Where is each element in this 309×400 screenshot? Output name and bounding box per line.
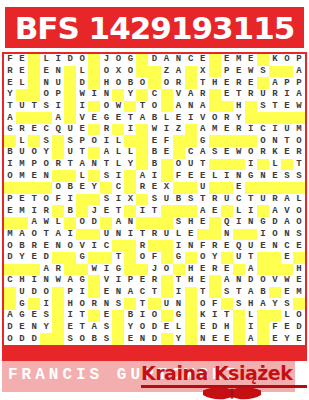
letter-cell: S [40, 310, 52, 322]
letter-cell: E [197, 54, 209, 66]
letter-cell: F [269, 322, 281, 334]
letter-cell: G [197, 135, 209, 147]
letter-cell: R [245, 89, 257, 101]
letter-cell: O [136, 322, 148, 334]
letter-cell: G [245, 170, 257, 182]
blocked-cell [269, 264, 281, 276]
letter-cell: Y [233, 112, 245, 124]
blocked-cell [124, 135, 136, 147]
letter-cell: W [76, 89, 88, 101]
letter-cell: C [233, 194, 245, 206]
letter-cell: V [76, 112, 88, 124]
letter-cell: P [124, 275, 136, 287]
letter-cell: U [161, 229, 173, 241]
blocked-cell [88, 147, 100, 159]
letter-cell: T [197, 287, 209, 299]
blocked-cell [88, 194, 100, 206]
blocked-cell [88, 124, 100, 136]
blocked-cell [124, 298, 136, 310]
letter-cell: E [209, 333, 221, 345]
letter-cell: Z [161, 66, 173, 78]
blocked-cell [136, 194, 148, 206]
letter-cell: S [148, 194, 160, 206]
letter-cell: F [161, 135, 173, 147]
blocked-cell [124, 170, 136, 182]
blocked-cell [28, 66, 40, 78]
letter-cell: O [293, 135, 305, 147]
letter-cell: M [233, 54, 245, 66]
letter-cell: R [4, 66, 16, 78]
letter-cell: E [161, 322, 173, 334]
letter-cell: F [173, 170, 185, 182]
letter-cell: T [148, 205, 160, 217]
letter-cell: A [269, 205, 281, 217]
letter-cell: S [40, 135, 52, 147]
letter-cell: T [136, 101, 148, 113]
blocked-cell [185, 287, 197, 299]
letter-cell: N [52, 66, 64, 78]
letter-cell: P [281, 77, 293, 89]
blocked-cell [112, 240, 124, 252]
letter-cell: S [233, 298, 245, 310]
letter-cell: S [293, 170, 305, 182]
letter-cell: T [245, 194, 257, 206]
letter-cell: I [52, 54, 64, 66]
blocked-cell [185, 252, 197, 264]
letter-cell: R [269, 89, 281, 101]
letter-cell: E [281, 252, 293, 264]
letter-cell: S [100, 322, 112, 334]
blocked-cell [269, 310, 281, 322]
blocked-cell [185, 124, 197, 136]
blocked-cell [4, 287, 16, 299]
letter-cell: W [40, 217, 52, 229]
blocked-cell [185, 310, 197, 322]
letter-cell: Y [40, 147, 52, 159]
letter-cell: R [52, 159, 64, 171]
letter-cell: O [136, 77, 148, 89]
letter-cell: E [100, 205, 112, 217]
letter-cell: C [281, 240, 293, 252]
letter-cell: H [100, 77, 112, 89]
letter-cell: N [100, 298, 112, 310]
letter-cell: O [293, 310, 305, 322]
letter-cell: A [185, 89, 197, 101]
letter-cell: T [136, 229, 148, 241]
letter-cell: S [64, 333, 76, 345]
blocked-cell [161, 205, 173, 217]
letter-cell: E [112, 112, 124, 124]
letter-cell: L [293, 194, 305, 206]
letter-cell: V [100, 275, 112, 287]
letter-cell: P [293, 77, 305, 89]
letter-cell: C [40, 124, 52, 136]
letter-cell: T [124, 112, 136, 124]
letter-cell: S [185, 194, 197, 206]
blocked-cell [136, 159, 148, 171]
blocked-cell [245, 182, 257, 194]
letter-cell: D [245, 275, 257, 287]
letter-cell: A [197, 124, 209, 136]
letter-cell: F [197, 240, 209, 252]
letter-cell: D [28, 333, 40, 345]
blocked-cell [173, 205, 185, 217]
letter-cell: V [269, 275, 281, 287]
letter-cell: E [221, 89, 233, 101]
blocked-cell [16, 217, 28, 229]
letter-cell: O [4, 333, 16, 345]
letter-cell: T [112, 205, 124, 217]
letter-cell: E [197, 217, 209, 229]
blocked-cell [245, 101, 257, 113]
letter-cell: I [100, 264, 112, 276]
letter-cell: A [124, 287, 136, 299]
letter-cell: D [209, 322, 221, 334]
letter-cell: E [293, 240, 305, 252]
letter-cell: T [28, 101, 40, 113]
blocked-cell [233, 333, 245, 345]
blocked-cell [28, 264, 40, 276]
blocked-cell [257, 264, 269, 276]
blocked-cell [209, 287, 221, 299]
blocked-cell [173, 264, 185, 276]
letter-cell: R [209, 240, 221, 252]
letter-cell: O [257, 275, 269, 287]
blocked-cell [293, 252, 305, 264]
blocked-cell [88, 275, 100, 287]
letter-cell: E [233, 182, 245, 194]
letter-cell: D [88, 217, 100, 229]
letter-cell: E [148, 182, 160, 194]
blocked-cell [209, 66, 221, 78]
blocked-cell [257, 159, 269, 171]
letter-cell: L [76, 66, 88, 78]
letter-cell: G [76, 275, 88, 287]
letter-cell: G [112, 264, 124, 276]
letter-cell: T [197, 194, 209, 206]
letter-cell: J [100, 54, 112, 66]
letter-cell: D [293, 322, 305, 334]
letter-cell: T [76, 147, 88, 159]
letter-cell: Y [281, 333, 293, 345]
letter-cell: K [269, 54, 281, 66]
letter-cell: I [88, 240, 100, 252]
letter-cell: E [76, 124, 88, 136]
letter-cell: U [64, 124, 76, 136]
letter-cell: I [28, 205, 40, 217]
letter-cell: A [16, 229, 28, 241]
blocked-cell [281, 112, 293, 124]
letter-cell: U [16, 147, 28, 159]
blocked-cell [136, 264, 148, 276]
letter-cell: O [4, 170, 16, 182]
blocked-cell [185, 135, 197, 147]
blocked-cell [4, 298, 16, 310]
letter-cell: O [40, 287, 52, 299]
letter-cell: O [52, 182, 64, 194]
blocked-cell [233, 310, 245, 322]
blocked-cell [64, 112, 76, 124]
blocked-cell [281, 182, 293, 194]
letter-cell: T [197, 77, 209, 89]
letter-cell: O [173, 159, 185, 171]
letter-cell: G [100, 112, 112, 124]
blocked-cell [233, 264, 245, 276]
letter-cell: F [52, 194, 64, 206]
letter-cell: D [64, 54, 76, 66]
letter-cell: M [209, 124, 221, 136]
blocked-cell [136, 89, 148, 101]
letter-cell: R [209, 194, 221, 206]
blocked-cell [88, 101, 100, 113]
blocked-cell [64, 252, 76, 264]
letter-cell: B [64, 205, 76, 217]
blocked-cell [293, 298, 305, 310]
letter-cell: H [185, 217, 197, 229]
blocked-cell [52, 298, 64, 310]
letter-cell: O [40, 194, 52, 206]
letter-cell: E [124, 333, 136, 345]
letter-cell: R [148, 275, 160, 287]
letter-cell: L [269, 159, 281, 171]
letter-cell: A [52, 229, 64, 241]
blocked-cell [52, 252, 64, 264]
letter-cell: V [173, 89, 185, 101]
letter-cell: L [281, 310, 293, 322]
letter-cell: E [221, 124, 233, 136]
blocked-cell [88, 287, 100, 299]
letter-cell: X [124, 194, 136, 206]
letter-cell: R [269, 194, 281, 206]
letter-cell: N [269, 240, 281, 252]
letter-cell: K [197, 310, 209, 322]
letter-cell: E [40, 66, 52, 78]
letter-cell: S [40, 101, 52, 113]
letter-cell: B [124, 77, 136, 89]
letter-cell: U [185, 159, 197, 171]
blocked-cell [28, 112, 40, 124]
letter-cell: U [52, 77, 64, 89]
letter-cell: T [233, 89, 245, 101]
blocked-cell [64, 101, 76, 113]
letter-cell: E [173, 112, 185, 124]
letter-cell: I [64, 310, 76, 322]
letter-cell: H [293, 264, 305, 276]
letter-cell: O [124, 66, 136, 78]
letter-cell: S [281, 170, 293, 182]
letter-cell: G [173, 310, 185, 322]
blocked-cell [161, 217, 173, 229]
blocked-cell [221, 159, 233, 171]
blocked-cell [245, 112, 257, 124]
letter-cell: W [293, 101, 305, 113]
letter-cell: D [148, 322, 160, 334]
letter-cell: T [221, 310, 233, 322]
letter-cell: O [28, 229, 40, 241]
letter-cell: I [100, 135, 112, 147]
letter-cell: W [52, 275, 64, 287]
blocked-cell [124, 252, 136, 264]
letter-cell: S [293, 229, 305, 241]
blocked-cell [185, 77, 197, 89]
letter-cell: S [64, 135, 76, 147]
letter-cell: O [197, 252, 209, 264]
letter-cell: I [245, 205, 257, 217]
letter-cell: G [257, 217, 269, 229]
letter-cell: U [16, 287, 28, 299]
letter-cell: E [221, 264, 233, 276]
letter-cell: O [100, 101, 112, 113]
blocked-cell [64, 77, 76, 89]
bookstore-watermark: Kraina Książek [141, 362, 292, 384]
blocked-cell [185, 333, 197, 345]
letter-cell: B [88, 333, 100, 345]
letter-cell: I [124, 229, 136, 241]
letter-cell: N [233, 170, 245, 182]
letter-cell: N [269, 135, 281, 147]
blocked-cell [221, 298, 233, 310]
letter-cell: R [233, 77, 245, 89]
letter-cell: D [148, 333, 160, 345]
blocked-cell [148, 66, 160, 78]
letter-cell: A [173, 66, 185, 78]
letter-cell: A [293, 89, 305, 101]
letter-cell: A [245, 287, 257, 299]
letter-cell: L [16, 77, 28, 89]
blocked-cell [281, 66, 293, 78]
letter-cell: E [185, 229, 197, 241]
letter-cell: A [52, 112, 64, 124]
letter-cell: E [197, 322, 209, 334]
letter-cell: I [209, 310, 221, 322]
letter-cell: O [76, 217, 88, 229]
letter-cell: T [136, 298, 148, 310]
blocked-cell [16, 89, 28, 101]
blocked-cell [209, 101, 221, 113]
letter-cell: L [173, 229, 185, 241]
letter-cell: R [136, 182, 148, 194]
blocked-cell [88, 310, 100, 322]
blocked-cell [221, 252, 233, 264]
letter-cell: C [112, 182, 124, 194]
letter-cell: H [185, 275, 197, 287]
letter-cell: A [4, 310, 16, 322]
letter-cell: X [161, 182, 173, 194]
letter-cell: O [161, 77, 173, 89]
letter-cell: E [88, 112, 100, 124]
letter-cell: E [269, 333, 281, 345]
blocked-cell [124, 101, 136, 113]
blocked-cell [161, 170, 173, 182]
letter-cell: O [40, 159, 52, 171]
letter-cell: B [148, 112, 160, 124]
blocked-cell [136, 124, 148, 136]
letter-cell: G [16, 310, 28, 322]
blocked-cell [161, 252, 173, 264]
letter-cell: O [88, 135, 100, 147]
blocked-cell [148, 77, 160, 89]
letter-cell: O [209, 112, 221, 124]
letter-cell: I [257, 229, 269, 241]
letter-cell: P [28, 159, 40, 171]
letter-cell: A [221, 275, 233, 287]
letter-cell: E [293, 275, 305, 287]
letter-cell: M [4, 229, 16, 241]
blocked-cell [233, 159, 245, 171]
letter-cell: E [293, 333, 305, 345]
blocked-cell [64, 170, 76, 182]
letter-cell: A [136, 112, 148, 124]
letter-cell: T [64, 159, 76, 171]
letter-cell: O [4, 240, 16, 252]
letter-cell: G [124, 54, 136, 66]
letter-cell: Q [52, 124, 64, 136]
letter-cell: E [197, 264, 209, 276]
blocked-cell [4, 217, 16, 229]
blocked-cell [293, 182, 305, 194]
blocked-cell [28, 77, 40, 89]
letter-cell: L [124, 147, 136, 159]
letter-cell: C [185, 147, 197, 159]
letter-cell: X [197, 66, 209, 78]
letter-cell: Y [124, 159, 136, 171]
blocked-cell [28, 54, 40, 66]
blocked-cell [257, 252, 269, 264]
letter-cell: S [281, 298, 293, 310]
letter-cell: E [28, 252, 40, 264]
letter-cell: M [16, 159, 28, 171]
blocked-cell [185, 182, 197, 194]
letter-cell: G [16, 298, 28, 310]
blocked-cell [136, 147, 148, 159]
blocked-cell [269, 287, 281, 299]
blocked-cell [28, 298, 40, 310]
letter-cell: T [293, 159, 305, 171]
blocked-cell [161, 287, 173, 299]
letter-cell: L [245, 310, 257, 322]
letter-cell: Y [124, 89, 136, 101]
blocked-cell [16, 112, 28, 124]
letter-cell: L [173, 322, 185, 334]
blocked-cell [16, 182, 28, 194]
letter-cell: E [161, 147, 173, 159]
letter-cell: T [148, 287, 160, 299]
letter-cell: A [112, 217, 124, 229]
blocked-cell [112, 333, 124, 345]
letter-cell: N [185, 101, 197, 113]
letter-cell: E [16, 322, 28, 334]
letter-cell: H [185, 264, 197, 276]
letter-cell: U [64, 147, 76, 159]
letter-cell: D [40, 252, 52, 264]
letter-cell: N [40, 170, 52, 182]
letter-cell: G [4, 124, 16, 136]
blocked-cell [40, 333, 52, 345]
blocked-cell [88, 170, 100, 182]
letter-cell: O [40, 89, 52, 101]
letter-cell: O [257, 135, 269, 147]
letter-cell: E [40, 240, 52, 252]
blocked-cell [148, 240, 160, 252]
letter-cell: I [64, 194, 76, 206]
blocked-cell [293, 112, 305, 124]
blocked-cell [257, 112, 269, 124]
blocked-cell [185, 298, 197, 310]
letter-cell: S [209, 147, 221, 159]
letter-cell: V [197, 112, 209, 124]
letter-cell: B [16, 240, 28, 252]
letter-cell: I [269, 124, 281, 136]
